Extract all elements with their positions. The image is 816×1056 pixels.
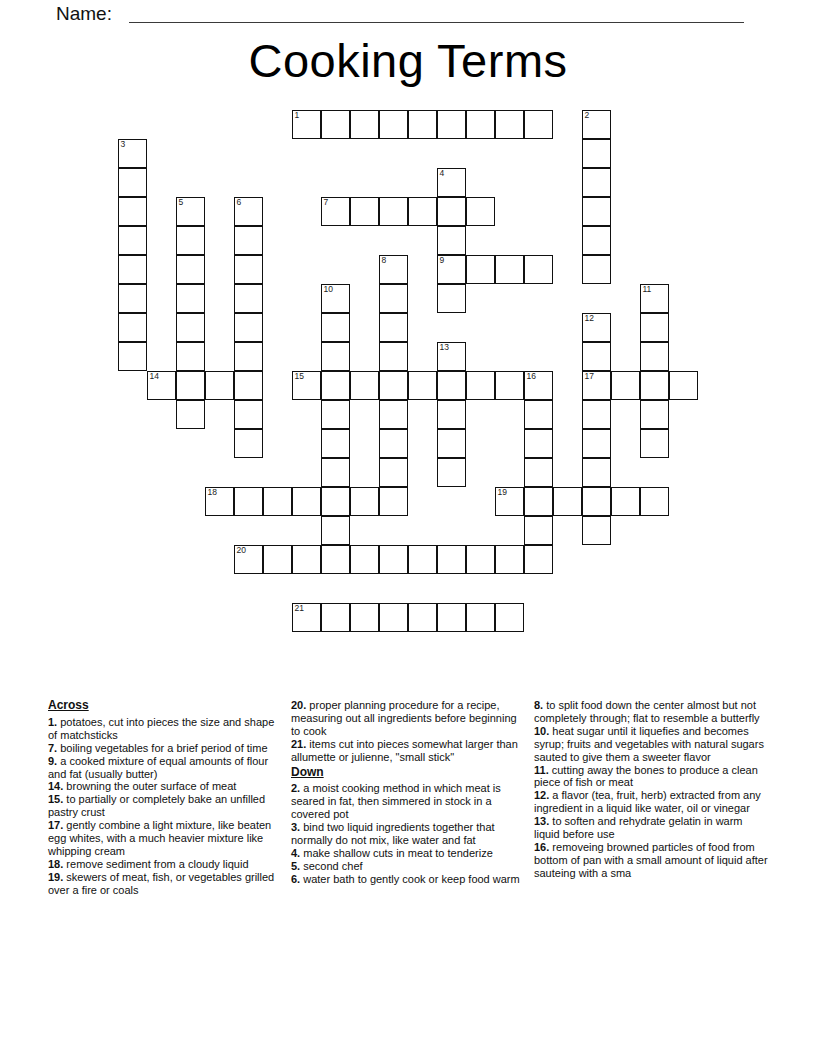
crossword-cell-r3c11[interactable] <box>437 197 466 226</box>
crossword-cell-r6c9[interactable] <box>379 284 408 313</box>
crossword-cell-r8c0[interactable] <box>118 342 147 371</box>
clue-column-2: 20. proper planning procedure for a reci… <box>291 699 528 886</box>
clue-down-2: 2. a moist cooking method in which meat … <box>291 782 528 821</box>
clue-number: 16. <box>534 841 552 853</box>
crossword-cell-r13c18[interactable] <box>640 487 669 516</box>
crossword-cell-r15c8[interactable] <box>350 545 379 574</box>
cell-number-9: 9 <box>440 255 445 265</box>
crossword-cell-r11c16[interactable] <box>582 429 611 458</box>
crossword-cell-r6c18[interactable]: 11 <box>640 284 669 313</box>
clue-down-11: 11. cutting away the bones to produce a … <box>534 764 771 790</box>
cell-number-7: 7 <box>324 197 329 207</box>
crossword-cell-r5c12[interactable] <box>466 255 495 284</box>
crossword-cell-r3c0[interactable] <box>118 197 147 226</box>
crossword-cell-r4c0[interactable] <box>118 226 147 255</box>
clue-heading-across: Across <box>48 699 285 712</box>
cell-number-18: 18 <box>208 487 217 497</box>
crossword-cell-r0c9[interactable] <box>379 110 408 139</box>
clue-number: 2. <box>291 782 303 794</box>
clue-across-9: 9. a cooked mixture of equal amounts of … <box>48 755 285 781</box>
clue-across-7: 7. boiling vegetables for a brief period… <box>48 742 285 755</box>
crossword-cell-r3c12[interactable] <box>466 197 495 226</box>
crossword-cell-r7c18[interactable] <box>640 313 669 342</box>
crossword-cell-r15c6[interactable] <box>292 545 321 574</box>
crossword-cell-r0c10[interactable] <box>408 110 437 139</box>
clue-heading-down: Down <box>291 766 528 779</box>
clue-column-1: Across1. potatoes, cut into pieces the s… <box>48 699 285 897</box>
clue-down-16: 16. removeing browned particles of food … <box>534 841 771 880</box>
crossword-grid: 123456789101112131415161718192021 <box>118 110 699 633</box>
crossword-cell-r5c14[interactable] <box>524 255 553 284</box>
crossword-cell-r14c16[interactable] <box>582 516 611 545</box>
crossword-cell-r8c11[interactable]: 13 <box>437 342 466 371</box>
crossword-cell-r15c10[interactable] <box>408 545 437 574</box>
clue-number: 20. <box>291 699 309 711</box>
crossword-cell-r13c17[interactable] <box>611 487 640 516</box>
cell-number-16: 16 <box>527 371 536 381</box>
crossword-cell-r11c9[interactable] <box>379 429 408 458</box>
clue-across-14: 14. browning the outer surface of meat <box>48 780 285 793</box>
crossword-cell-r3c9[interactable] <box>379 197 408 226</box>
crossword-cell-r7c7[interactable] <box>321 313 350 342</box>
crossword-cell-r17c13[interactable] <box>495 603 524 632</box>
clue-down-3: 3. bind two liquid ingredients together … <box>291 821 528 847</box>
crossword-cell-r4c4[interactable] <box>234 226 263 255</box>
cell-number-21: 21 <box>295 603 304 613</box>
crossword-cell-r0c6[interactable]: 1 <box>292 110 321 139</box>
crossword-cell-r0c12[interactable] <box>466 110 495 139</box>
clue-number: 7. <box>48 742 60 754</box>
crossword-cell-r17c9[interactable] <box>379 603 408 632</box>
clue-across-17: 17. gently combine a light mixture, like… <box>48 819 285 858</box>
crossword-cell-r12c7[interactable] <box>321 458 350 487</box>
crossword-cell-r9c13[interactable] <box>495 371 524 400</box>
crossword-cell-r5c11[interactable]: 9 <box>437 255 466 284</box>
crossword-cell-r3c10[interactable] <box>408 197 437 226</box>
crossword-cell-r17c7[interactable] <box>321 603 350 632</box>
crossword-cell-r10c7[interactable] <box>321 400 350 429</box>
crossword-cell-r10c4[interactable] <box>234 400 263 429</box>
crossword-cell-r12c11[interactable] <box>437 458 466 487</box>
crossword-cell-r17c11[interactable] <box>437 603 466 632</box>
crossword-cell-r10c11[interactable] <box>437 400 466 429</box>
crossword-cell-r3c4[interactable]: 6 <box>234 197 263 226</box>
crossword-cell-r4c11[interactable] <box>437 226 466 255</box>
crossword-cell-r6c2[interactable] <box>176 284 205 313</box>
crossword-cell-r17c6[interactable]: 21 <box>292 603 321 632</box>
clue-down-6: 6. water bath to gently cook or keep foo… <box>291 873 528 886</box>
crossword-cell-r1c0[interactable]: 3 <box>118 139 147 168</box>
crossword-cell-r11c4[interactable] <box>234 429 263 458</box>
crossword-cell-r15c7[interactable] <box>321 545 350 574</box>
crossword-cell-r9c19[interactable] <box>669 371 698 400</box>
crossword-cell-r3c2[interactable]: 5 <box>176 197 205 226</box>
clue-across-1: 1. potatoes, cut into pieces the size an… <box>48 716 285 742</box>
crossword-cell-r9c12[interactable] <box>466 371 495 400</box>
crossword-cell-r3c16[interactable] <box>582 197 611 226</box>
crossword-cell-r9c14[interactable]: 16 <box>524 371 553 400</box>
crossword-cell-r9c1[interactable]: 14 <box>147 371 176 400</box>
cell-number-6: 6 <box>237 197 242 207</box>
clue-down-12: 12. a flavor (tea, fruit, herb) extracte… <box>534 789 771 815</box>
crossword-cell-r7c0[interactable] <box>118 313 147 342</box>
crossword-cell-r10c2[interactable] <box>176 400 205 429</box>
crossword-cell-r13c3[interactable]: 18 <box>205 487 234 516</box>
crossword-cell-r8c4[interactable] <box>234 342 263 371</box>
crossword-cell-r9c8[interactable] <box>350 371 379 400</box>
crossword-cell-r12c14[interactable] <box>524 458 553 487</box>
cell-number-11: 11 <box>643 284 652 294</box>
crossword-cell-r13c13[interactable]: 19 <box>495 487 524 516</box>
cell-number-1: 1 <box>295 110 300 120</box>
crossword-cell-r15c9[interactable] <box>379 545 408 574</box>
crossword-cell-r9c9[interactable] <box>379 371 408 400</box>
cell-number-12: 12 <box>585 313 594 323</box>
crossword-cell-r5c9[interactable]: 8 <box>379 255 408 284</box>
crossword-cell-r13c15[interactable] <box>553 487 582 516</box>
crossword-cell-r0c8[interactable] <box>350 110 379 139</box>
cell-number-15: 15 <box>295 371 304 381</box>
name-label: Name: <box>56 3 112 25</box>
crossword-cell-r0c11[interactable] <box>437 110 466 139</box>
crossword-cell-r10c18[interactable] <box>640 400 669 429</box>
crossword-cell-r7c4[interactable] <box>234 313 263 342</box>
clue-number: 9. <box>48 755 60 767</box>
clue-down-4: 4. make shallow cuts in meat to tenderiz… <box>291 847 528 860</box>
crossword-cell-r7c16[interactable]: 12 <box>582 313 611 342</box>
crossword-cell-r9c7[interactable] <box>321 371 350 400</box>
crossword-cell-r3c7[interactable]: 7 <box>321 197 350 226</box>
crossword-cell-r10c16[interactable] <box>582 400 611 429</box>
clue-number: 17. <box>48 819 66 831</box>
crossword-cell-r13c5[interactable] <box>263 487 292 516</box>
clue-number: 1. <box>48 716 60 728</box>
clue-number: 13. <box>534 815 552 827</box>
crossword-cell-r9c18[interactable] <box>640 371 669 400</box>
clue-down-13: 13. to soften and rehydrate gelatin in w… <box>534 815 771 841</box>
name-input-line[interactable] <box>129 0 744 23</box>
crossword-cell-r15c4[interactable]: 20 <box>234 545 263 574</box>
page-title: Cooking Terms <box>0 33 816 88</box>
crossword-cell-r11c18[interactable] <box>640 429 669 458</box>
crossword-cell-r8c2[interactable] <box>176 342 205 371</box>
crossword-cell-r11c14[interactable] <box>524 429 553 458</box>
crossword-cell-r15c12[interactable] <box>466 545 495 574</box>
crossword-cell-r5c4[interactable] <box>234 255 263 284</box>
crossword-cell-r11c11[interactable] <box>437 429 466 458</box>
crossword-cell-r8c16[interactable] <box>582 342 611 371</box>
crossword-cell-r0c14[interactable] <box>524 110 553 139</box>
clue-down-5: 5. second chef <box>291 860 528 873</box>
crossword-cell-r15c5[interactable] <box>263 545 292 574</box>
clue-number: 18. <box>48 858 66 870</box>
clue-number: 15. <box>48 793 66 805</box>
crossword-cell-r12c9[interactable] <box>379 458 408 487</box>
cell-number-2: 2 <box>585 110 590 120</box>
clue-down-8: 8. to split food down the center almost … <box>534 699 771 725</box>
cell-number-17: 17 <box>585 371 594 381</box>
crossword-cell-r15c11[interactable] <box>437 545 466 574</box>
crossword-cell-r17c8[interactable] <box>350 603 379 632</box>
crossword-cell-r6c0[interactable] <box>118 284 147 313</box>
cell-number-19: 19 <box>498 487 507 497</box>
cell-number-13: 13 <box>440 342 449 352</box>
crossword-cell-r13c9[interactable] <box>379 487 408 516</box>
crossword-cell-r17c12[interactable] <box>466 603 495 632</box>
crossword-cell-r10c9[interactable] <box>379 400 408 429</box>
clue-number: 11. <box>534 764 552 776</box>
cell-number-3: 3 <box>121 139 126 149</box>
crossword-cell-r9c3[interactable] <box>205 371 234 400</box>
crossword-cell-r6c4[interactable] <box>234 284 263 313</box>
crossword-cell-r2c16[interactable] <box>582 168 611 197</box>
crossword-cell-r0c7[interactable] <box>321 110 350 139</box>
cell-number-14: 14 <box>150 371 159 381</box>
crossword-cell-r8c9[interactable] <box>379 342 408 371</box>
cell-number-5: 5 <box>179 197 184 207</box>
crossword-cell-r2c0[interactable] <box>118 168 147 197</box>
crossword-cell-r13c4[interactable] <box>234 487 263 516</box>
crossword-cell-r15c14[interactable] <box>524 545 553 574</box>
crossword-cell-r9c4[interactable] <box>234 371 263 400</box>
crossword-cell-r4c2[interactable] <box>176 226 205 255</box>
crossword-cell-r9c16[interactable]: 17 <box>582 371 611 400</box>
crossword-cell-r14c7[interactable] <box>321 516 350 545</box>
crossword-cell-r14c14[interactable] <box>524 516 553 545</box>
crossword-cell-r5c16[interactable] <box>582 255 611 284</box>
crossword-cell-r10c14[interactable] <box>524 400 553 429</box>
clue-number: 14. <box>48 780 66 792</box>
clue-number: 8. <box>534 699 546 711</box>
crossword-cell-r6c7[interactable]: 10 <box>321 284 350 313</box>
crossword-cell-r9c17[interactable] <box>611 371 640 400</box>
crossword-cell-r5c2[interactable] <box>176 255 205 284</box>
crossword-cell-r9c6[interactable]: 15 <box>292 371 321 400</box>
cell-number-4: 4 <box>440 168 445 178</box>
crossword-cell-r8c18[interactable] <box>640 342 669 371</box>
crossword-cell-r8c7[interactable] <box>321 342 350 371</box>
crossword-cell-r15c13[interactable] <box>495 545 524 574</box>
cell-number-10: 10 <box>324 284 333 294</box>
crossword-cell-r5c0[interactable] <box>118 255 147 284</box>
clue-across-19: 19. skewers of meat, fish, or vegetables… <box>48 871 285 897</box>
clue-across-20: 20. proper planning procedure for a reci… <box>291 699 528 738</box>
crossword-cell-r0c16[interactable]: 2 <box>582 110 611 139</box>
crossword-cell-r11c7[interactable] <box>321 429 350 458</box>
crossword-cell-r13c16[interactable] <box>582 487 611 516</box>
crossword-cell-r1c16[interactable] <box>582 139 611 168</box>
clue-number: 12. <box>534 789 552 801</box>
crossword-cell-r4c16[interactable] <box>582 226 611 255</box>
clue-across-15: 15. to partially or completely bake an u… <box>48 793 285 819</box>
clue-number: 6. <box>291 873 303 885</box>
clue-down-10: 10. heat sugar until it liquefies and be… <box>534 725 771 764</box>
crossword-cell-r17c10[interactable] <box>408 603 437 632</box>
clue-number: 4. <box>291 847 303 859</box>
clue-number: 21. <box>291 738 309 750</box>
crossword-cell-r7c9[interactable] <box>379 313 408 342</box>
crossword-cell-r9c11[interactable] <box>437 371 466 400</box>
crossword-cell-r0c13[interactable] <box>495 110 524 139</box>
cell-number-20: 20 <box>237 545 246 555</box>
crossword-cell-r5c13[interactable] <box>495 255 524 284</box>
crossword-cell-r13c8[interactable] <box>350 487 379 516</box>
clue-number: 3. <box>291 821 303 833</box>
crossword-cell-r2c11[interactable]: 4 <box>437 168 466 197</box>
crossword-cell-r9c10[interactable] <box>408 371 437 400</box>
clue-column-3: 8. to split food down the center almost … <box>534 699 771 880</box>
crossword-cell-r13c14[interactable] <box>524 487 553 516</box>
crossword-cell-r13c6[interactable] <box>292 487 321 516</box>
clue-number: 5. <box>291 860 303 872</box>
crossword-cell-r3c8[interactable] <box>350 197 379 226</box>
clue-number: 19. <box>48 871 66 883</box>
crossword-cell-r12c16[interactable] <box>582 458 611 487</box>
crossword-cell-r7c2[interactable] <box>176 313 205 342</box>
clue-across-21: 21. items cut into pieces somewhat large… <box>291 738 528 764</box>
clue-across-18: 18. remove sediment from a cloudy liquid <box>48 858 285 871</box>
crossword-cell-r6c11[interactable] <box>437 284 466 313</box>
crossword-cell-r13c7[interactable] <box>321 487 350 516</box>
clue-number: 10. <box>534 725 552 737</box>
cell-number-8: 8 <box>382 255 387 265</box>
crossword-cell-r9c2[interactable] <box>176 371 205 400</box>
